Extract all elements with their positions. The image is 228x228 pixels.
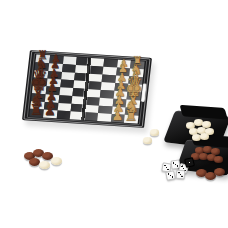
product-photo-scene: ♜♞♝♛♚♝♞♜♟♟♟♟♟♟♟♟♟♟♟♟♟♟♟♟♜♞♝♛♚♝♞♜ (0, 0, 228, 228)
square (70, 111, 84, 120)
checker-disc-cream (143, 137, 152, 144)
checker-disc-cream (51, 157, 62, 165)
die-white (165, 170, 176, 181)
checker-disc-cream (150, 129, 159, 136)
die-white (176, 170, 186, 180)
square (43, 110, 57, 119)
square (29, 109, 43, 118)
square (111, 114, 125, 123)
checker-disc-brown (214, 156, 223, 163)
checker-disc-cream (39, 161, 50, 169)
checker-disc-cream (200, 133, 209, 140)
square (56, 111, 70, 120)
chess-board-case (22, 50, 152, 128)
square (83, 112, 97, 121)
square (97, 113, 111, 122)
checker-disc-brown (214, 168, 225, 176)
chess-board (29, 54, 144, 123)
square (124, 115, 138, 124)
